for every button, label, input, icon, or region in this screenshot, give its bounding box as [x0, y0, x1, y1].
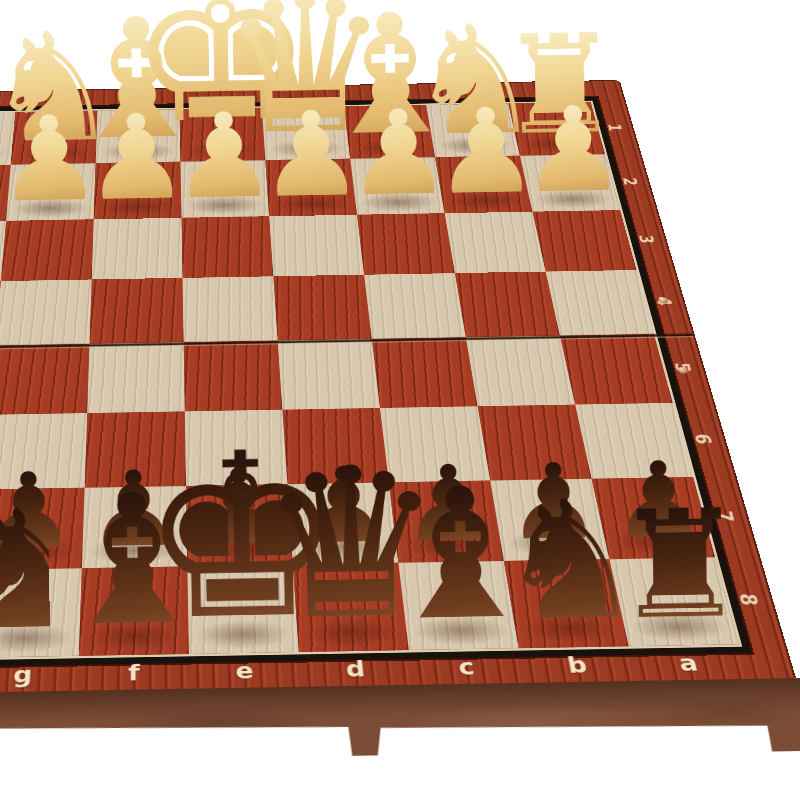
square-c4[interactable] — [364, 273, 466, 339]
square-b3[interactable] — [445, 212, 546, 273]
square-a3[interactable] — [532, 210, 636, 271]
chess-set-photo: ♜♞♝♚♛♝♞♜♟♟♟♟♟♟♟♟♟♟♟♟♟♟♟♟♜♞♝♚♛♝♞♜ hgfedcb… — [0, 0, 800, 800]
square-f3[interactable] — [92, 218, 183, 280]
piece-black-knight-b8[interactable]: ♞ — [495, 484, 645, 638]
piece-black-knight-g8[interactable]: ♞ — [0, 493, 98, 647]
square-f2[interactable]: ♟ — [94, 162, 182, 220]
square-c5[interactable] — [372, 337, 478, 408]
file-label-d: d — [299, 650, 413, 690]
square-g2[interactable]: ♟ — [6, 163, 96, 221]
square-e3[interactable] — [181, 216, 273, 278]
file-label-e: e — [189, 652, 302, 692]
perspective-scene: ♜♞♝♚♛♝♞♜♟♟♟♟♟♟♟♟♟♟♟♟♟♟♟♟♜♞♝♚♛♝♞♜ hgfedcb… — [0, 0, 800, 800]
piece-black-queen-d8[interactable]: ♛ — [257, 448, 446, 642]
square-a4[interactable] — [546, 270, 654, 336]
square-d5[interactable] — [278, 339, 380, 410]
square-e2[interactable]: ♟ — [181, 160, 270, 218]
square-b5[interactable] — [466, 336, 575, 407]
chess-board: ♜♞♝♚♛♝♞♜♟♟♟♟♟♟♟♟♟♟♟♟♟♟♟♟♜♞♝♚♛♝♞♜ hgfedcb… — [0, 80, 797, 700]
square-c3[interactable] — [357, 213, 455, 274]
file-label-g: g — [0, 656, 79, 696]
playing-area: ♜♞♝♚♛♝♞♜♟♟♟♟♟♟♟♟♟♟♟♟♟♟♟♟♜♞♝♚♛♝♞♜ — [0, 102, 739, 660]
file-label-f: f — [78, 654, 190, 694]
square-f4[interactable] — [90, 278, 184, 344]
square-a2[interactable]: ♟ — [520, 154, 620, 211]
square-g5[interactable] — [0, 344, 90, 415]
square-g8[interactable]: ♞ — [0, 568, 82, 657]
square-d3[interactable] — [269, 215, 364, 276]
square-b4[interactable] — [455, 272, 560, 338]
square-d8[interactable]: ♛ — [293, 563, 409, 652]
square-g3[interactable] — [1, 219, 94, 281]
hinge-screw — [658, 297, 669, 303]
piece-white-pawn-a2[interactable]: ♟ — [520, 95, 627, 204]
square-e5[interactable] — [184, 341, 283, 412]
square-a5[interactable] — [560, 334, 673, 405]
square-g4[interactable] — [0, 279, 92, 345]
square-c2[interactable]: ♟ — [350, 157, 444, 214]
square-d4[interactable] — [273, 275, 371, 341]
square-e4[interactable] — [182, 276, 277, 342]
square-d2[interactable]: ♟ — [265, 159, 357, 217]
file-label-a: a — [629, 644, 749, 684]
file-label-c: c — [409, 648, 525, 688]
square-b2[interactable]: ♟ — [435, 156, 532, 213]
hinge-screw — [678, 367, 689, 374]
camera-roll-wrapper: ♜♞♝♚♛♝♞♜♟♟♟♟♟♟♟♟♟♟♟♟♟♟♟♟♜♞♝♚♛♝♞♜ hgfedcb… — [0, 0, 800, 800]
file-label-b: b — [519, 646, 637, 686]
square-f5[interactable] — [87, 342, 185, 413]
square-b8[interactable]: ♞ — [504, 559, 629, 648]
